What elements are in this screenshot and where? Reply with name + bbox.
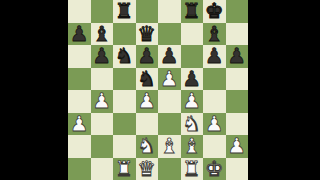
white-rook: ♜: [182, 158, 201, 180]
square-a1[interactable]: [68, 158, 91, 181]
chess-board: ♜♜♚♟♝♛♝♟♞♟♟♟♟♞♟♟♟♟♟♟♞♟♞♝♝♟♜♛♜♚: [68, 0, 248, 180]
white-pawn: ♟: [182, 90, 201, 112]
square-b6[interactable]: ♟: [91, 45, 114, 68]
square-a3[interactable]: ♟: [68, 113, 91, 136]
black-knight: ♞: [115, 45, 134, 67]
black-pawn: ♟: [137, 45, 156, 67]
square-b4[interactable]: ♟: [91, 90, 114, 113]
square-e3[interactable]: [158, 113, 181, 136]
square-c4[interactable]: [113, 90, 136, 113]
square-d7[interactable]: ♛: [136, 23, 159, 46]
square-e7[interactable]: [158, 23, 181, 46]
square-h6[interactable]: ♟: [226, 45, 249, 68]
letterbox-left: [0, 0, 68, 180]
square-c1[interactable]: ♜: [113, 158, 136, 181]
white-pawn: ♟: [137, 90, 156, 112]
square-g4[interactable]: [203, 90, 226, 113]
square-g3[interactable]: ♟: [203, 113, 226, 136]
white-knight: ♞: [182, 113, 201, 135]
square-e4[interactable]: [158, 90, 181, 113]
black-queen: ♛: [137, 23, 156, 45]
black-pawn: ♟: [182, 68, 201, 90]
black-pawn: ♟: [205, 45, 224, 67]
square-h2[interactable]: ♟: [226, 135, 249, 158]
square-f1[interactable]: ♜: [181, 158, 204, 181]
square-b5[interactable]: [91, 68, 114, 91]
square-f3[interactable]: ♞: [181, 113, 204, 136]
square-d6[interactable]: ♟: [136, 45, 159, 68]
square-a2[interactable]: [68, 135, 91, 158]
square-d4[interactable]: ♟: [136, 90, 159, 113]
white-knight: ♞: [137, 135, 156, 157]
white-bishop: ♝: [182, 135, 201, 157]
square-b7[interactable]: ♝: [91, 23, 114, 46]
square-e6[interactable]: ♟: [158, 45, 181, 68]
black-pawn: ♟: [92, 45, 111, 67]
square-a5[interactable]: [68, 68, 91, 91]
black-bishop: ♝: [92, 23, 111, 45]
square-d8[interactable]: [136, 0, 159, 23]
square-c2[interactable]: [113, 135, 136, 158]
square-g1[interactable]: ♚: [203, 158, 226, 181]
white-pawn: ♟: [160, 68, 179, 90]
square-h5[interactable]: [226, 68, 249, 91]
square-g6[interactable]: ♟: [203, 45, 226, 68]
square-a4[interactable]: [68, 90, 91, 113]
square-g7[interactable]: ♝: [203, 23, 226, 46]
square-g8[interactable]: ♚: [203, 0, 226, 23]
square-c5[interactable]: [113, 68, 136, 91]
black-rook: ♜: [115, 0, 134, 22]
square-g5[interactable]: [203, 68, 226, 91]
video-frame: ♜♜♚♟♝♛♝♟♞♟♟♟♟♞♟♟♟♟♟♟♞♟♞♝♝♟♜♛♜♚: [0, 0, 320, 180]
white-pawn: ♟: [227, 135, 246, 157]
square-g2[interactable]: [203, 135, 226, 158]
square-h7[interactable]: [226, 23, 249, 46]
black-pawn: ♟: [227, 45, 246, 67]
square-f4[interactable]: ♟: [181, 90, 204, 113]
square-c6[interactable]: ♞: [113, 45, 136, 68]
white-pawn: ♟: [92, 90, 111, 112]
square-c3[interactable]: [113, 113, 136, 136]
square-a7[interactable]: ♟: [68, 23, 91, 46]
black-knight: ♞: [137, 68, 156, 90]
square-d2[interactable]: ♞: [136, 135, 159, 158]
square-c8[interactable]: ♜: [113, 0, 136, 23]
square-b2[interactable]: [91, 135, 114, 158]
white-pawn: ♟: [205, 113, 224, 135]
square-e1[interactable]: [158, 158, 181, 181]
square-d1[interactable]: ♛: [136, 158, 159, 181]
black-pawn: ♟: [160, 45, 179, 67]
square-b3[interactable]: [91, 113, 114, 136]
letterbox-right: [248, 0, 320, 180]
square-b8[interactable]: [91, 0, 114, 23]
white-bishop: ♝: [160, 135, 179, 157]
black-rook: ♜: [182, 0, 201, 22]
white-king: ♚: [205, 158, 224, 180]
white-queen: ♛: [137, 158, 156, 180]
square-f7[interactable]: [181, 23, 204, 46]
square-b1[interactable]: [91, 158, 114, 181]
square-f5[interactable]: ♟: [181, 68, 204, 91]
square-h4[interactable]: [226, 90, 249, 113]
black-king: ♚: [205, 0, 224, 22]
square-h3[interactable]: [226, 113, 249, 136]
square-f8[interactable]: ♜: [181, 0, 204, 23]
square-d3[interactable]: [136, 113, 159, 136]
square-e8[interactable]: [158, 0, 181, 23]
square-a8[interactable]: [68, 0, 91, 23]
black-bishop: ♝: [205, 23, 224, 45]
square-a6[interactable]: [68, 45, 91, 68]
square-e2[interactable]: ♝: [158, 135, 181, 158]
black-pawn: ♟: [70, 23, 89, 45]
square-c7[interactable]: [113, 23, 136, 46]
square-d5[interactable]: ♞: [136, 68, 159, 91]
square-f6[interactable]: [181, 45, 204, 68]
square-h8[interactable]: [226, 0, 249, 23]
square-h1[interactable]: [226, 158, 249, 181]
white-rook: ♜: [115, 158, 134, 180]
square-f2[interactable]: ♝: [181, 135, 204, 158]
white-pawn: ♟: [70, 113, 89, 135]
square-e5[interactable]: ♟: [158, 68, 181, 91]
